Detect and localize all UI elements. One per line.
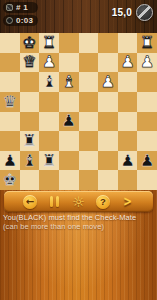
piece-bP-a7[interactable]: ♟ [140, 152, 154, 168]
question-icon: ? [100, 197, 106, 207]
square-a1[interactable]: ♜ [137, 33, 157, 53]
puzzle-number: # 1 [16, 3, 28, 12]
app-screen: # 1 0:03 15,0 ♚♜♜♛♟♟♟♝♝♟♛♟♜♟♝♜♟♟♚ ← ☼ [0, 0, 157, 300]
square-c7[interactable] [98, 151, 118, 171]
piece-bR-g6[interactable]: ♜ [22, 132, 36, 148]
square-b3[interactable] [118, 72, 138, 92]
footer: ← ☼ ? > You(BLACK) must find the Check-M… [0, 190, 157, 300]
rating-area: 15,0 [112, 0, 157, 21]
square-c6[interactable] [98, 131, 118, 151]
piece-wP-c3[interactable]: ♟ [101, 74, 115, 90]
square-g6[interactable]: ♜ [20, 131, 40, 151]
piece-wP-b2[interactable]: ♟ [120, 54, 134, 70]
piece-bB-f3[interactable]: ♝ [42, 74, 56, 90]
square-a8[interactable] [137, 170, 157, 190]
square-g4[interactable] [20, 92, 40, 112]
piece-wR-a1[interactable]: ♜ [140, 34, 154, 50]
forward-icon: > [123, 194, 132, 209]
piece-bK-h8[interactable]: ♚ [3, 172, 17, 188]
square-b5[interactable] [118, 112, 138, 132]
piece-wB-e3[interactable]: ♝ [62, 74, 76, 90]
piece-bP-h7[interactable]: ♟ [3, 152, 17, 168]
square-a7[interactable]: ♟ [137, 151, 157, 171]
square-g2[interactable]: ♛ [20, 53, 40, 73]
square-a3[interactable] [137, 72, 157, 92]
timer-badge: 0:03 [3, 15, 38, 26]
square-h8[interactable]: ♚ [0, 170, 20, 190]
pause-icon [50, 196, 54, 207]
piece-wK-g1[interactable]: ♚ [22, 34, 36, 50]
piece-bQ-h4[interactable]: ♛ [3, 93, 17, 109]
square-h6[interactable] [0, 131, 20, 151]
piece-bP-e5[interactable]: ♟ [62, 113, 76, 129]
piece-bB-g7[interactable]: ♝ [22, 152, 36, 168]
square-g3[interactable] [20, 72, 40, 92]
square-d7[interactable] [79, 151, 99, 171]
piece-wR-f1[interactable]: ♜ [42, 34, 56, 50]
square-h3[interactable] [0, 72, 20, 92]
square-f8[interactable] [39, 170, 59, 190]
square-c8[interactable] [98, 170, 118, 190]
square-b7[interactable]: ♟ [118, 151, 138, 171]
piece-wQ-g2[interactable]: ♛ [22, 54, 36, 70]
clock-icon [6, 17, 13, 24]
timer-value: 0:03 [16, 16, 33, 25]
back-button[interactable]: ← [23, 195, 37, 209]
square-a6[interactable] [137, 131, 157, 151]
piece-wP-a2[interactable]: ♟ [140, 54, 154, 70]
square-e3[interactable]: ♝ [59, 72, 79, 92]
square-c2[interactable] [98, 53, 118, 73]
square-f2[interactable]: ♟ [39, 53, 59, 73]
square-h1[interactable] [0, 33, 20, 53]
piece-bP-b7[interactable]: ♟ [120, 152, 134, 168]
square-g1[interactable]: ♚ [20, 33, 40, 53]
square-g8[interactable] [20, 170, 40, 190]
square-d5[interactable] [79, 112, 99, 132]
square-g7[interactable]: ♝ [20, 151, 40, 171]
square-c1[interactable] [98, 33, 118, 53]
pause-button[interactable] [48, 194, 61, 209]
square-a5[interactable] [137, 112, 157, 132]
square-b2[interactable]: ♟ [118, 53, 138, 73]
gauge-icon[interactable] [136, 4, 153, 21]
square-d3[interactable] [79, 72, 99, 92]
top-bar: # 1 0:03 15,0 [0, 0, 157, 33]
square-e5[interactable]: ♟ [59, 112, 79, 132]
chess-board: ♚♜♜♛♟♟♟♝♝♟♛♟♜♟♝♜♟♟♚ [0, 33, 157, 190]
square-d8[interactable] [79, 170, 99, 190]
square-a2[interactable]: ♟ [137, 53, 157, 73]
square-c3[interactable]: ♟ [98, 72, 118, 92]
instruction-line2: (can be more than one move) [3, 223, 154, 232]
square-f3[interactable]: ♝ [39, 72, 59, 92]
help-button[interactable]: ? [96, 195, 110, 209]
rating-value: 15,0 [112, 7, 132, 18]
square-f1[interactable]: ♜ [39, 33, 59, 53]
square-h4[interactable]: ♛ [0, 92, 20, 112]
back-icon: ← [26, 196, 34, 206]
square-f6[interactable] [39, 131, 59, 151]
square-d4[interactable] [79, 92, 99, 112]
square-h5[interactable] [0, 112, 20, 132]
square-h7[interactable]: ♟ [0, 151, 20, 171]
status-badges: # 1 0:03 [0, 0, 38, 26]
square-f5[interactable] [39, 112, 59, 132]
square-d1[interactable] [79, 33, 99, 53]
square-e6[interactable] [59, 131, 79, 151]
hint-button[interactable]: ☼ [72, 194, 85, 209]
square-b6[interactable] [118, 131, 138, 151]
toolbar: ← ☼ ? > [4, 191, 153, 212]
square-e2[interactable] [59, 53, 79, 73]
lightbulb-icon: ☼ [72, 195, 85, 209]
square-e4[interactable] [59, 92, 79, 112]
square-d2[interactable] [79, 53, 99, 73]
square-f7[interactable]: ♜ [39, 151, 59, 171]
puzzle-icon [6, 4, 13, 11]
square-e1[interactable] [59, 33, 79, 53]
square-a4[interactable] [137, 92, 157, 112]
square-g5[interactable] [20, 112, 40, 132]
square-e7[interactable] [59, 151, 79, 171]
piece-bR-f7[interactable]: ♜ [42, 152, 56, 168]
square-e8[interactable] [59, 170, 79, 190]
puzzle-number-badge: # 1 [3, 2, 38, 13]
square-b1[interactable] [118, 33, 138, 53]
pause-icon [56, 196, 60, 207]
square-c4[interactable] [98, 92, 118, 112]
square-c5[interactable] [98, 112, 118, 132]
piece-wP-f2[interactable]: ♟ [42, 54, 56, 70]
square-h2[interactable] [0, 53, 20, 73]
square-d6[interactable] [79, 131, 99, 151]
instruction-message: You(BLACK) must find the Check-Mate (can… [0, 212, 157, 231]
square-f4[interactable] [39, 92, 59, 112]
forward-button[interactable]: > [121, 194, 134, 209]
square-b4[interactable] [118, 92, 138, 112]
square-b8[interactable] [118, 170, 138, 190]
